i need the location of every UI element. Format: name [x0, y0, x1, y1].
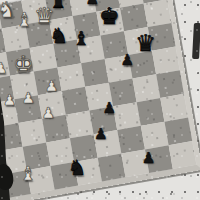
- black-queen-h5: ♛: [133, 30, 157, 56]
- dark-object-right-edge: [192, 23, 200, 59]
- black-pawn-e3: ♟: [97, 95, 121, 121]
- white-pawn-c3: ♟: [36, 100, 60, 126]
- black-king-f7: ♚: [97, 3, 121, 29]
- square-h1: [169, 141, 197, 169]
- black-knight-d6: ♞: [47, 23, 71, 49]
- white-pawn-c4: ♟: [39, 73, 63, 99]
- white-king-b5: ♚: [11, 51, 35, 77]
- black-pawn-g1: ♟: [137, 145, 161, 171]
- black-pawn-e2: ♟: [89, 121, 113, 147]
- chessboard-photo: ♞♜♟♝♛♚♞♝♟♚♟♛♟♟♟♟♟♟♝♞♟: [0, 0, 200, 200]
- chess-board: ♞♜♟♝♛♚♞♝♟♚♟♛♟♟♟♟♟♟♝♞♟: [0, 0, 200, 200]
- black-bishop-e6: ♝: [70, 25, 94, 51]
- white-bishop-b1: ♝: [16, 160, 40, 186]
- black-knight-d1: ♞: [65, 155, 89, 181]
